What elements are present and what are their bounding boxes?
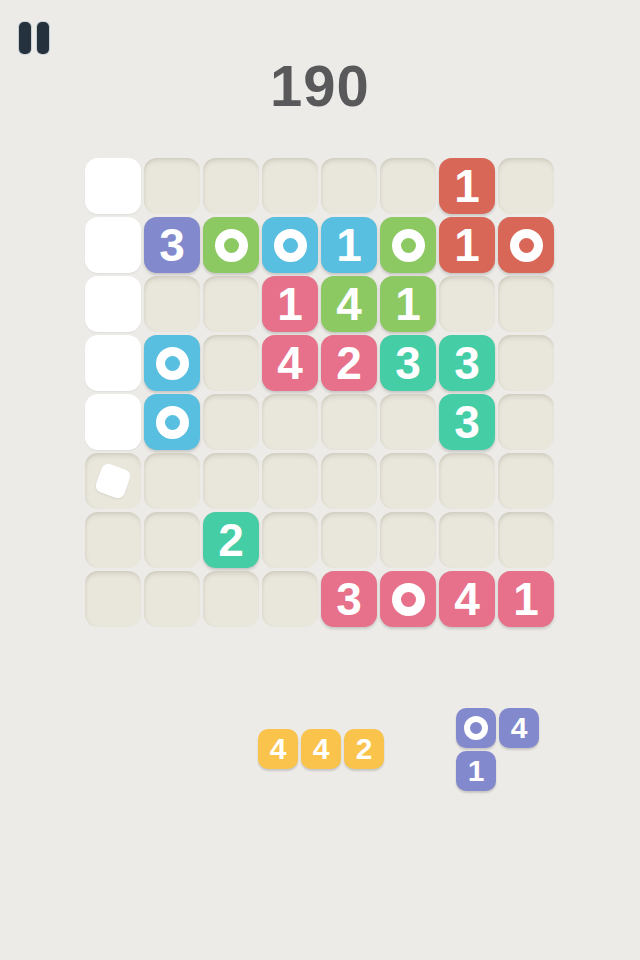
tile-green-O (203, 217, 259, 273)
board-cell-r8c7[interactable]: 4 (439, 571, 495, 627)
tile-pink-4: 4 (262, 335, 318, 391)
board-cell-r5c2[interactable] (144, 394, 200, 450)
tile-purple-3: 3 (144, 217, 200, 273)
board-cell-r3c8[interactable] (498, 276, 554, 332)
tile-pink-1: 1 (498, 571, 554, 627)
board-cell-r4c6[interactable]: 3 (380, 335, 436, 391)
tile-red-1: 1 (439, 158, 495, 214)
board-cell-r8c6[interactable] (380, 571, 436, 627)
board-cell-r5c3[interactable] (203, 394, 259, 450)
ring-glyph (156, 347, 189, 380)
tile-blue-O (144, 335, 200, 391)
tile-teal-3: 3 (380, 335, 436, 391)
tile-pink-3: 3 (321, 571, 377, 627)
board-cell-r7c5[interactable] (321, 512, 377, 568)
tile-pink-O (380, 571, 436, 627)
board-cell-r2c1[interactable] (85, 217, 141, 273)
board-cell-r4c7[interactable]: 3 (439, 335, 495, 391)
tray-tile-yellow-2: 2 (344, 729, 384, 769)
board-cell-r5c4[interactable] (262, 394, 318, 450)
board-cell-r1c3[interactable] (203, 158, 259, 214)
board-cell-r6c8[interactable] (498, 453, 554, 509)
board-cell-r6c6[interactable] (380, 453, 436, 509)
board-cell-r2c8[interactable] (498, 217, 554, 273)
board-cell-r7c8[interactable] (498, 512, 554, 568)
board-cell-r2c3[interactable] (203, 217, 259, 273)
shrinking-white-tile (94, 462, 132, 500)
board-cell-r5c5[interactable] (321, 394, 377, 450)
tile-red-1: 1 (439, 217, 495, 273)
tray-piece-yellow[interactable]: 442 (258, 729, 384, 769)
board-cell-r3c4[interactable]: 1 (262, 276, 318, 332)
board-cell-r8c5[interactable]: 3 (321, 571, 377, 627)
board-cell-r5c1[interactable] (85, 394, 141, 450)
board-cell-r4c5[interactable]: 2 (321, 335, 377, 391)
tray-piece-purple[interactable]: 41 (456, 708, 539, 791)
board-cell-r3c5[interactable]: 4 (321, 276, 377, 332)
ring-glyph (392, 229, 425, 262)
tile-teal-3: 3 (439, 394, 495, 450)
board-cell-r4c1[interactable] (85, 335, 141, 391)
ring-glyph (392, 583, 425, 616)
board-cell-r7c4[interactable] (262, 512, 318, 568)
tile-green-1: 1 (380, 276, 436, 332)
board-cell-r5c6[interactable] (380, 394, 436, 450)
board-cell-r1c4[interactable] (262, 158, 318, 214)
tray-tile-purple-1: 1 (456, 751, 496, 791)
board-cell-r1c1[interactable] (85, 158, 141, 214)
board-cell-r3c1[interactable] (85, 276, 141, 332)
pause-icon (37, 22, 49, 54)
board-cell-r2c7[interactable]: 1 (439, 217, 495, 273)
board-cell-r7c6[interactable] (380, 512, 436, 568)
tray-tile-yellow-4: 4 (301, 729, 341, 769)
board-cell-r8c2[interactable] (144, 571, 200, 627)
tile-pink-1: 1 (262, 276, 318, 332)
board-cell-r6c4[interactable] (262, 453, 318, 509)
ring-glyph (156, 406, 189, 439)
board-cell-r2c2[interactable]: 3 (144, 217, 200, 273)
board-cell-r3c6[interactable]: 1 (380, 276, 436, 332)
board-cell-r2c5[interactable]: 1 (321, 217, 377, 273)
tile-red-O (498, 217, 554, 273)
board-cell-r6c7[interactable] (439, 453, 495, 509)
board-cell-r7c7[interactable] (439, 512, 495, 568)
board-cell-r1c7[interactable]: 1 (439, 158, 495, 214)
tile-green-O (380, 217, 436, 273)
board-cell-r7c2[interactable] (144, 512, 200, 568)
board-cell-r3c7[interactable] (439, 276, 495, 332)
board-cell-r6c1[interactable] (85, 453, 141, 509)
board-cell-r4c2[interactable] (144, 335, 200, 391)
board-cell-r1c6[interactable] (380, 158, 436, 214)
board-cell-r8c4[interactable] (262, 571, 318, 627)
board-cell-r3c3[interactable] (203, 276, 259, 332)
tile-blue-O (144, 394, 200, 450)
tray-tile-purple-O (456, 708, 496, 748)
board-cell-r8c1[interactable] (85, 571, 141, 627)
tile-teal-3: 3 (439, 335, 495, 391)
ring-glyph (215, 229, 248, 262)
score-display: 190 (0, 52, 640, 119)
tray-tile-purple-4: 4 (499, 708, 539, 748)
board-cell-r3c2[interactable] (144, 276, 200, 332)
tile-pink-4: 4 (439, 571, 495, 627)
board-cell-r7c1[interactable] (85, 512, 141, 568)
board-cell-r2c6[interactable] (380, 217, 436, 273)
board-cell-r8c3[interactable] (203, 571, 259, 627)
board-cell-r6c3[interactable] (203, 453, 259, 509)
board-cell-r4c4[interactable]: 4 (262, 335, 318, 391)
tile-blue-1: 1 (321, 217, 377, 273)
board-cell-r4c8[interactable] (498, 335, 554, 391)
ring-glyph (464, 716, 488, 740)
board-cell-r6c2[interactable] (144, 453, 200, 509)
board-cell-r1c8[interactable] (498, 158, 554, 214)
board-cell-r5c8[interactable] (498, 394, 554, 450)
board-cell-r1c2[interactable] (144, 158, 200, 214)
game-screen: 190 1311141423332341 442 41 (0, 0, 640, 960)
tile-teal-2: 2 (203, 512, 259, 568)
tray-tile-yellow-4: 4 (258, 729, 298, 769)
board-cell-r8c8[interactable]: 1 (498, 571, 554, 627)
ring-glyph (274, 229, 307, 262)
tile-pink-2: 2 (321, 335, 377, 391)
tile-green-4: 4 (321, 276, 377, 332)
pause-icon (19, 22, 31, 54)
board-cell-r6c5[interactable] (321, 453, 377, 509)
board: 1311141423332341 (85, 158, 554, 627)
board-cell-r7c3[interactable]: 2 (203, 512, 259, 568)
ring-glyph (510, 229, 543, 262)
board-cell-r4c3[interactable] (203, 335, 259, 391)
board-cell-r2c4[interactable] (262, 217, 318, 273)
board-cell-r5c7[interactable]: 3 (439, 394, 495, 450)
tile-blue-O (262, 217, 318, 273)
board-cell-r1c5[interactable] (321, 158, 377, 214)
